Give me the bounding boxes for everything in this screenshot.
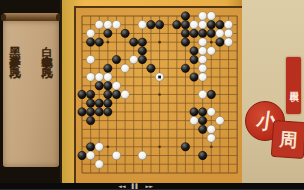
player-info-scroll: 白金志锡九段 黑辜梓豪九段 xyxy=(2,13,60,169)
square-seal-char: 周 xyxy=(279,127,299,152)
black-label: 黑 xyxy=(8,37,21,38)
video-control-bar[interactable]: ◄◄ ▌▌ ►► xyxy=(0,183,304,190)
white-player-column: 白金志锡九段 xyxy=(41,37,52,59)
black-player-column: 黑辜梓豪九段 xyxy=(9,37,20,59)
video-frame: 白金志锡九段 黑辜梓豪九段 xyxy=(0,0,304,190)
last-move-marker xyxy=(158,76,161,79)
banner-seal-text: 围棋 xyxy=(287,84,300,88)
right-panel: 围棋 小 周 xyxy=(242,0,304,183)
black-rank: 九段 xyxy=(9,57,20,59)
black-name: 辜梓豪 xyxy=(9,46,20,49)
banner-seal: 围棋 xyxy=(286,57,301,114)
white-name: 金志锡 xyxy=(41,46,52,49)
white-label: 白 xyxy=(40,37,53,38)
progress-bar[interactable] xyxy=(0,189,304,190)
square-seal: 周 xyxy=(271,120,304,159)
go-board-frame xyxy=(60,0,244,184)
white-rank: 九段 xyxy=(41,57,52,59)
parchment: 白金志锡九段 黑辜梓豪九段 xyxy=(3,21,59,167)
go-board-grid xyxy=(76,8,242,184)
go-board xyxy=(74,6,244,186)
stones xyxy=(78,12,233,169)
